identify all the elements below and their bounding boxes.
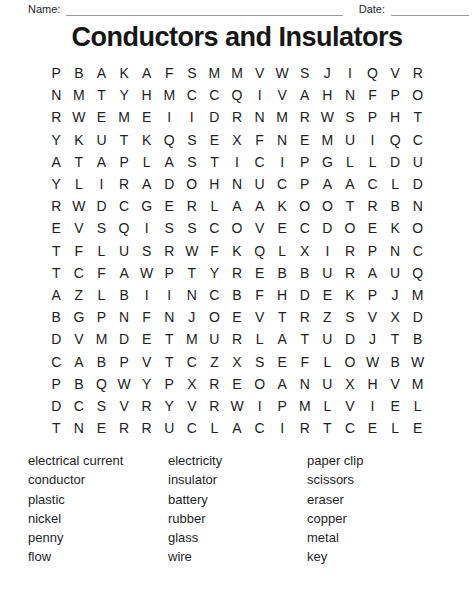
name-label: Name: (28, 2, 60, 16)
grid-cell: O (406, 217, 429, 239)
grid-cell: E (384, 395, 407, 417)
grid-cell: D (384, 151, 407, 173)
grid-cell: O (406, 84, 429, 106)
grid-cell: A (68, 350, 91, 372)
grid-cell: S (135, 240, 158, 262)
grid-cell: W (68, 195, 91, 217)
grid-cell: M (90, 328, 113, 350)
grid-cell: R (113, 173, 136, 195)
grid-cell: B (68, 373, 91, 395)
grid-cell: U (203, 328, 226, 350)
grid-cell: L (339, 151, 362, 173)
grid-cell: I (339, 62, 362, 84)
word-column: electricityinsulatorbatteryrubberglasswi… (168, 451, 307, 567)
grid-cell: W (68, 106, 91, 128)
grid-cell: E (135, 328, 158, 350)
grid-cell: F (158, 62, 181, 84)
grid-cell: O (339, 217, 362, 239)
grid-cell: R (158, 240, 181, 262)
grid-cell: V (113, 395, 136, 417)
grid-cell: X (293, 240, 316, 262)
grid-cell: O (316, 195, 339, 217)
grid-cell: V (135, 350, 158, 372)
grid-cell: C (45, 350, 68, 372)
grid-cell: R (293, 306, 316, 328)
grid-cell: U (316, 262, 339, 284)
grid-cell: L (203, 417, 226, 439)
worksheet-page: Name: Date: Conductors and Insulators PB… (0, 0, 474, 613)
word-list-item: glass (168, 528, 307, 547)
grid-cell: R (406, 62, 429, 84)
grid-cell: Q (406, 262, 429, 284)
grid-cell: O (339, 350, 362, 372)
grid-cell: K (135, 129, 158, 151)
grid-cell: M (293, 395, 316, 417)
grid-cell: T (316, 417, 339, 439)
grid-cell: Y (203, 262, 226, 284)
grid-cell: M (68, 84, 91, 106)
grid-cell: R (293, 106, 316, 128)
grid-cell: M (406, 373, 429, 395)
grid-cell: U (406, 151, 429, 173)
grid-cell: N (226, 173, 249, 195)
grid-cell: X (226, 350, 249, 372)
grid-cell: W (226, 395, 249, 417)
grid-cell: F (135, 306, 158, 328)
grid-cell: N (293, 373, 316, 395)
grid-cell: E (316, 284, 339, 306)
grid-cell: U (113, 240, 136, 262)
word-list-item: penny (28, 528, 168, 547)
grid-cell: S (181, 62, 204, 84)
word-list-item: nickel (28, 509, 168, 528)
grid-cell: A (316, 173, 339, 195)
grid-cell: F (203, 240, 226, 262)
grid-cell: V (384, 62, 407, 84)
grid-cell: L (406, 395, 429, 417)
grid-cell: F (293, 350, 316, 372)
grid-cell: Y (158, 395, 181, 417)
grid-cell: C (181, 417, 204, 439)
grid-cell: I (90, 173, 113, 195)
grid-cell: X (384, 306, 407, 328)
grid-cell: U (316, 373, 339, 395)
date-label: Date: (359, 2, 385, 16)
grid-cell: A (361, 262, 384, 284)
grid-cell: I (135, 284, 158, 306)
grid-cell: B (406, 328, 429, 350)
grid-cell: Z (68, 284, 91, 306)
grid-cell: V (181, 395, 204, 417)
grid-cell: I (361, 129, 384, 151)
grid-cell: K (68, 129, 91, 151)
grid-cell: H (135, 84, 158, 106)
grid-cell: A (135, 62, 158, 84)
grid-cell: Q (90, 373, 113, 395)
grid-cell: F (68, 240, 91, 262)
grid-cell: E (406, 417, 429, 439)
grid-cell: U (248, 173, 271, 195)
grid-cell: D (339, 328, 362, 350)
grid-cell: R (226, 106, 249, 128)
grid-cell: P (113, 350, 136, 372)
grid-cell: E (271, 350, 294, 372)
word-list-item: copper (307, 509, 464, 528)
grid-cell: M (271, 106, 294, 128)
grid-cell: C (113, 195, 136, 217)
word-list-item: key (307, 547, 464, 566)
grid-cell: A (135, 173, 158, 195)
grid-cell: C (68, 395, 91, 417)
grid-cell: H (316, 84, 339, 106)
grid-cell: M (113, 106, 136, 128)
grid-cell: N (248, 106, 271, 128)
grid-cell: N (181, 284, 204, 306)
grid-cell: T (45, 417, 68, 439)
grid-cell: N (406, 195, 429, 217)
grid-cell: E (158, 195, 181, 217)
grid-cell: Q (248, 240, 271, 262)
grid-cell: W (135, 262, 158, 284)
word-search-grid: PBAKAFSMMVWSJIQVRNMTYHMCCQIVAHNFPORWEMEI… (45, 62, 429, 439)
grid-cell: T (271, 306, 294, 328)
grid-cell: T (181, 262, 204, 284)
grid-cell: V (271, 84, 294, 106)
word-list-item: conductor (28, 470, 168, 489)
grid-cell: B (226, 284, 249, 306)
grid-cell: O (226, 217, 249, 239)
grid-cell: X (339, 373, 362, 395)
grid-cell: N (113, 306, 136, 328)
word-list-item: flow (28, 547, 168, 566)
grid-cell: M (226, 62, 249, 84)
grid-cell: P (293, 151, 316, 173)
grid-cell: O (181, 173, 204, 195)
grid-cell: I (271, 151, 294, 173)
grid-cell: A (271, 373, 294, 395)
grid-cell: L (361, 151, 384, 173)
grid-cell: S (90, 395, 113, 417)
grid-cell: A (90, 151, 113, 173)
word-list-item: eraser (307, 490, 464, 509)
grid-cell: E (271, 217, 294, 239)
grid-cell: W (361, 350, 384, 372)
grid-cell: D (203, 106, 226, 128)
grid-cell: R (135, 417, 158, 439)
grid-cell: J (384, 284, 407, 306)
grid-cell: S (90, 217, 113, 239)
grid-cell: C (68, 262, 91, 284)
grid-cell: V (339, 395, 362, 417)
grid-cell: M (406, 284, 429, 306)
grid-cell: N (45, 84, 68, 106)
grid-cell: T (45, 240, 68, 262)
grid-cell: A (226, 195, 249, 217)
grid-cell: E (135, 106, 158, 128)
grid-cell: A (226, 417, 249, 439)
grid-cell: Q (226, 84, 249, 106)
grid-cell: E (248, 262, 271, 284)
grid-cell: W (181, 240, 204, 262)
grid-cell: U (384, 262, 407, 284)
grid-cell: P (361, 284, 384, 306)
grid-cell: O (203, 306, 226, 328)
grid-cell: S (339, 106, 362, 128)
grid-cell: U (316, 328, 339, 350)
grid-cell: Y (45, 129, 68, 151)
grid-cell: A (113, 262, 136, 284)
grid-cell: M (203, 62, 226, 84)
grid-cell: R (226, 262, 249, 284)
grid-cell: I (361, 395, 384, 417)
grid-cell: H (271, 284, 294, 306)
grid-cell: T (339, 195, 362, 217)
grid-cell: A (45, 151, 68, 173)
grid-cell: L (384, 417, 407, 439)
grid-cell: T (158, 350, 181, 372)
grid-cell: A (271, 328, 294, 350)
grid-cell: N (271, 129, 294, 151)
date-blank-line (391, 3, 469, 16)
grid-cell: I (135, 217, 158, 239)
grid-cell: P (361, 240, 384, 262)
grid-cell: B (271, 262, 294, 284)
grid-cell: V (248, 306, 271, 328)
grid-cell: V (248, 217, 271, 239)
grid-cell: U (158, 417, 181, 439)
grid-cell: V (384, 373, 407, 395)
grid-cell: A (248, 195, 271, 217)
grid-cell: P (384, 84, 407, 106)
grid-cell: B (293, 262, 316, 284)
grid-cell: P (293, 173, 316, 195)
grid-cell: L (68, 173, 91, 195)
grid-cell: M (158, 84, 181, 106)
grid-cell: L (90, 240, 113, 262)
grid-cell: P (45, 62, 68, 84)
grid-cell: I (271, 417, 294, 439)
grid-cell: K (339, 284, 362, 306)
grid-cell: D (316, 217, 339, 239)
grid-cell: W (271, 62, 294, 84)
grid-cell: L (316, 395, 339, 417)
grid-cell: S (339, 306, 362, 328)
grid-cell: C (293, 217, 316, 239)
grid-cell: R (361, 195, 384, 217)
grid-cell: N (68, 417, 91, 439)
grid-cell: G (68, 306, 91, 328)
grid-cell: P (271, 395, 294, 417)
grid-cell: H (203, 173, 226, 195)
grid-cell: T (158, 328, 181, 350)
grid-cell: C (339, 417, 362, 439)
word-list-item: insulator (168, 470, 307, 489)
grid-cell: P (158, 262, 181, 284)
grid-cell: R (113, 417, 136, 439)
grid-cell: J (316, 62, 339, 84)
grid-cell: B (45, 306, 68, 328)
grid-cell: V (68, 217, 91, 239)
word-list-item: electricity (168, 451, 307, 470)
grid-cell: P (361, 106, 384, 128)
grid-cell: T (113, 129, 136, 151)
grid-cell: S (181, 151, 204, 173)
word-list-item: battery (168, 490, 307, 509)
grid-cell: K (226, 240, 249, 262)
grid-cell: F (90, 262, 113, 284)
grid-cell: F (361, 84, 384, 106)
grid-cell: D (293, 284, 316, 306)
grid-cell: V (68, 328, 91, 350)
grid-cell: Y (135, 373, 158, 395)
grid-cell: M (181, 328, 204, 350)
grid-cell: D (45, 395, 68, 417)
grid-cell: C (406, 240, 429, 262)
grid-cell: E (361, 217, 384, 239)
grid-cell: L (384, 173, 407, 195)
grid-cell: C (406, 129, 429, 151)
grid-cell: K (384, 217, 407, 239)
grid-cell: T (90, 84, 113, 106)
grid-cell: C (203, 217, 226, 239)
grid-cell: C (181, 84, 204, 106)
grid-cell: Y (113, 84, 136, 106)
grid-cell: E (90, 106, 113, 128)
word-list-item: paper clip (307, 451, 464, 470)
grid-cell: Z (203, 350, 226, 372)
grid-cell: H (384, 106, 407, 128)
grid-cell: N (158, 306, 181, 328)
grid-cell: P (158, 373, 181, 395)
grid-cell: R (135, 395, 158, 417)
grid-cell: S (181, 217, 204, 239)
grid-cell: T (45, 262, 68, 284)
word-list-item: scissors (307, 470, 464, 489)
grid-cell: R (339, 262, 362, 284)
grid-cell: L (135, 151, 158, 173)
grid-cell: R (226, 328, 249, 350)
grid-cell: J (181, 306, 204, 328)
grid-cell: B (384, 350, 407, 372)
grid-cell: E (226, 306, 249, 328)
grid-cell: L (90, 284, 113, 306)
grid-cell: E (45, 217, 68, 239)
grid-cell: E (361, 417, 384, 439)
grid-cell: D (45, 328, 68, 350)
grid-cell: W (113, 373, 136, 395)
grid-cell: X (226, 129, 249, 151)
grid-cell: A (158, 151, 181, 173)
grid-cell: T (203, 151, 226, 173)
grid-cell: Q (113, 217, 136, 239)
grid-cell: J (361, 328, 384, 350)
grid-cell: C (248, 151, 271, 173)
grid-cell: N (384, 240, 407, 262)
grid-cell: C (203, 84, 226, 106)
grid-cell: S (293, 62, 316, 84)
grid-cell: D (90, 195, 113, 217)
grid-cell: I (158, 284, 181, 306)
grid-cell: L (248, 328, 271, 350)
grid-cell: H (361, 373, 384, 395)
grid-cell: I (181, 106, 204, 128)
grid-cell: Z (316, 306, 339, 328)
grid-cell: N (339, 84, 362, 106)
grid-cell: R (339, 240, 362, 262)
grid-cell: A (339, 173, 362, 195)
grid-cell: I (248, 395, 271, 417)
header: Name: Date: (28, 2, 469, 16)
grid-cell: C (203, 284, 226, 306)
grid-cell: S (181, 129, 204, 151)
grid-cell: B (384, 195, 407, 217)
grid-cell: V (248, 62, 271, 84)
grid-cell: W (316, 106, 339, 128)
grid-cell: A (45, 284, 68, 306)
grid-cell: R (45, 195, 68, 217)
grid-cell: P (45, 373, 68, 395)
grid-cell: L (203, 195, 226, 217)
name-blank-line (66, 3, 342, 16)
grid-cell: K (113, 62, 136, 84)
grid-cell: A (90, 62, 113, 84)
grid-cell: U (339, 129, 362, 151)
grid-cell: C (248, 417, 271, 439)
grid-cell: R (45, 106, 68, 128)
grid-cell: A (293, 84, 316, 106)
grid-cell: V (361, 306, 384, 328)
grid-cell: G (316, 151, 339, 173)
grid-cell: T (384, 328, 407, 350)
grid-cell: M (316, 129, 339, 151)
grid-cell: O (293, 195, 316, 217)
grid-cell: B (68, 62, 91, 84)
grid-cell: Q (361, 62, 384, 84)
grid-cell: G (135, 195, 158, 217)
word-list-item: wire (168, 547, 307, 566)
grid-cell: R (293, 417, 316, 439)
grid-cell: Q (384, 129, 407, 151)
grid-cell: Y (45, 173, 68, 195)
word-list: electrical currentconductorplasticnickel… (28, 451, 464, 567)
grid-cell: D (406, 306, 429, 328)
grid-cell: F (248, 284, 271, 306)
grid-cell: L (271, 240, 294, 262)
word-list-item: plastic (28, 490, 168, 509)
grid-cell: R (203, 395, 226, 417)
grid-cell: W (406, 350, 429, 372)
grid-cell: I (248, 84, 271, 106)
grid-cell: T (293, 328, 316, 350)
grid-cell: I (226, 151, 249, 173)
grid-cell: T (406, 106, 429, 128)
grid-cell: E (90, 417, 113, 439)
grid-cell: E (226, 373, 249, 395)
grid-cell: X (181, 373, 204, 395)
grid-cell: D (158, 173, 181, 195)
word-column: paper clipscissorserasercoppermetalkey (307, 451, 464, 567)
grid-cell: R (181, 195, 204, 217)
grid-cell: R (203, 373, 226, 395)
grid-cell: T (68, 151, 91, 173)
word-column: electrical currentconductorplasticnickel… (28, 451, 168, 567)
grid-cell: I (158, 106, 181, 128)
grid-cell: Q (158, 129, 181, 151)
grid-cell: P (90, 306, 113, 328)
grid-cell: D (113, 328, 136, 350)
grid-cell: C (271, 173, 294, 195)
grid-cell: C (181, 350, 204, 372)
